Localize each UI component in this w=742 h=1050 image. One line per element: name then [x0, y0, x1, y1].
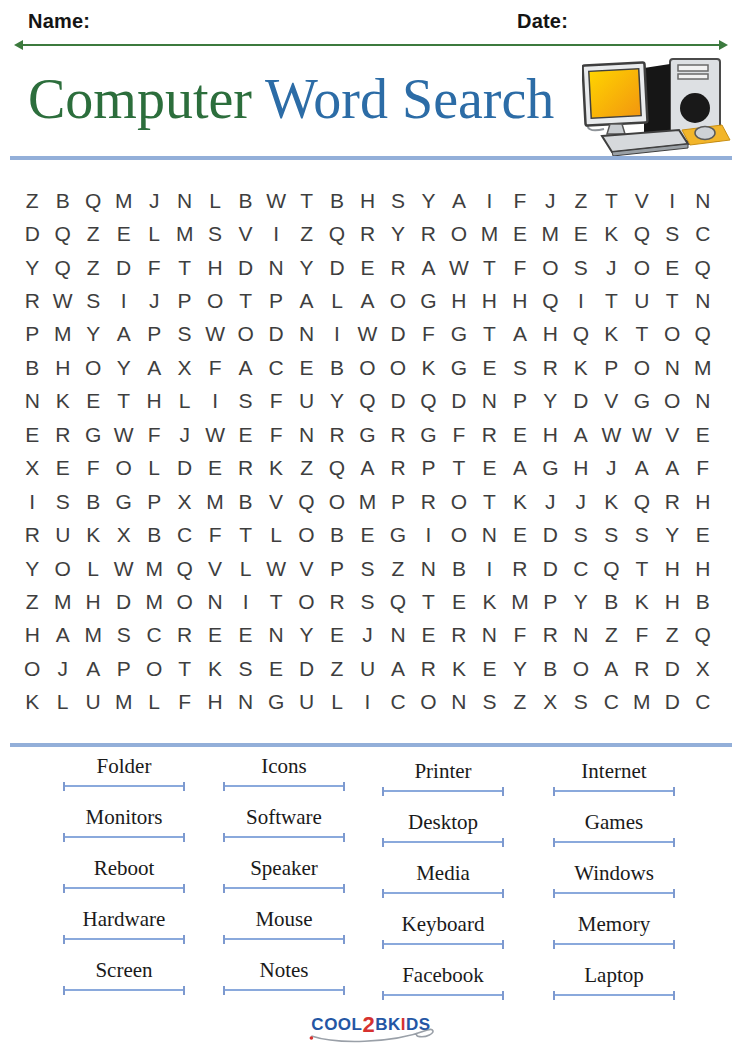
grid-cell-r9c10: Z — [291, 452, 321, 485]
logo-bk: BK — [375, 1015, 401, 1034]
word-item: Monitors — [63, 804, 185, 842]
grid-cell-r7c23: N — [688, 385, 718, 418]
grid-cell-r9c12: A — [352, 452, 382, 485]
grid-cell-r16c18: X — [535, 686, 565, 719]
grid-cell-r12c4: W — [108, 552, 138, 585]
grid-cell-r16c3: U — [78, 686, 108, 719]
grid-cell-r9c13: R — [383, 452, 413, 485]
grid-cell-r12c2: O — [47, 552, 77, 585]
grid-cell-r1c2: B — [47, 184, 77, 217]
word-label: Mouse — [255, 906, 312, 932]
name-label: Name: — [28, 10, 90, 33]
grid-cell-r12c8: L — [230, 552, 260, 585]
word-list-column-3: PrinterDesktopMediaKeyboardFacebook — [358, 758, 528, 1013]
word-label: Desktop — [408, 809, 478, 835]
grid-cell-r9c5: L — [139, 452, 169, 485]
word-underline — [63, 782, 185, 791]
grid-cell-r2c21: Q — [627, 217, 657, 250]
grid-cell-r13c15: E — [444, 585, 474, 618]
grid-cell-r4c8: T — [230, 284, 260, 317]
grid-cell-r12c3: L — [78, 552, 108, 585]
grid-cell-r6c1: B — [17, 351, 47, 384]
grid-cell-r6c4: Y — [108, 351, 138, 384]
grid-cell-r12c12: S — [352, 552, 382, 585]
grid-cell-r12c14: N — [413, 552, 443, 585]
grid-cell-r16c13: C — [383, 686, 413, 719]
grid-cell-r4c14: G — [413, 284, 443, 317]
grid-cell-r7c4: T — [108, 385, 138, 418]
grid-cell-r1c19: Z — [566, 184, 596, 217]
grid-cell-r5c7: W — [200, 318, 230, 351]
grid-cell-r14c17: F — [505, 619, 535, 652]
grid-cell-r9c6: D — [169, 452, 199, 485]
word-underline — [382, 889, 504, 898]
grid-cell-r11c16: N — [474, 518, 504, 551]
grid-cell-r2c10: Z — [291, 217, 321, 250]
grid-cell-r10c7: M — [200, 485, 230, 518]
grid-cell-r11c3: K — [78, 518, 108, 551]
grid-cell-r13c7: N — [200, 585, 230, 618]
grid-cell-r7c12: Q — [352, 385, 382, 418]
grid-cell-r7c20: V — [596, 385, 626, 418]
word-label: Media — [416, 860, 470, 886]
grid-cell-r5c23: Q — [688, 318, 718, 351]
grid-cell-r10c5: P — [139, 485, 169, 518]
grid-cell-r4c3: S — [78, 284, 108, 317]
grid-cell-r12c6: Q — [169, 552, 199, 585]
grid-cell-r9c19: H — [566, 452, 596, 485]
grid-cell-r3c5: F — [139, 251, 169, 284]
grid-cell-r16c7: H — [200, 686, 230, 719]
grid-cell-r10c19: J — [566, 485, 596, 518]
grid-cell-r16c15: N — [444, 686, 474, 719]
grid-cell-r6c13: O — [383, 351, 413, 384]
grid-cell-r14c21: F — [627, 619, 657, 652]
grid-cell-r6c9: C — [261, 351, 291, 384]
grid-cell-r3c22: E — [657, 251, 687, 284]
grid-cell-r2c22: S — [657, 217, 687, 250]
grid-cell-r3c17: F — [505, 251, 535, 284]
grid-cell-r10c3: B — [78, 485, 108, 518]
grid-cell-r12c13: Z — [383, 552, 413, 585]
grid-cell-r14c22: Z — [657, 619, 687, 652]
logo-cool: COOL — [311, 1015, 362, 1034]
grid-cell-r10c14: R — [413, 485, 443, 518]
grid-cell-r1c11: B — [322, 184, 352, 217]
grid-cell-r15c19: O — [566, 652, 596, 685]
grid-cell-r13c2: M — [47, 585, 77, 618]
grid-cell-r5c19: Q — [566, 318, 596, 351]
grid-cell-r9c9: K — [261, 452, 291, 485]
grid-cell-r1c20: T — [596, 184, 626, 217]
grid-cell-r7c16: N — [474, 385, 504, 418]
grid-cell-r4c10: A — [291, 284, 321, 317]
grid-cell-r6c22: N — [657, 351, 687, 384]
grid-cell-r5c22: O — [657, 318, 687, 351]
grid-cell-r9c3: F — [78, 452, 108, 485]
grid-cell-r16c8: N — [230, 686, 260, 719]
word-label: Monitors — [85, 804, 162, 830]
grid-cell-r13c8: I — [230, 585, 260, 618]
word-underline — [223, 884, 345, 893]
grid-cell-r9c14: P — [413, 452, 443, 485]
grid-cell-r6c21: O — [627, 351, 657, 384]
word-item: Media — [382, 860, 504, 898]
date-label: Date: — [517, 10, 568, 33]
grid-cell-r5c15: G — [444, 318, 474, 351]
monitor-screen — [589, 69, 641, 119]
grid-cell-r14c7: E — [200, 619, 230, 652]
grid-cell-r10c9: V — [261, 485, 291, 518]
grid-cell-r8c17: E — [505, 418, 535, 451]
grid-cell-r1c9: W — [261, 184, 291, 217]
word-item: Printer — [382, 758, 504, 796]
grid-cell-r13c19: Y — [566, 585, 596, 618]
grid-cell-r11c12: E — [352, 518, 382, 551]
grid-cell-r7c1: N — [17, 385, 47, 418]
grid-cell-r14c9: N — [261, 619, 291, 652]
grid-cell-r12c18: D — [535, 552, 565, 585]
grid-cell-r10c22: R — [657, 485, 687, 518]
grid-cell-r1c21: V — [627, 184, 657, 217]
grid-cell-r4c15: H — [444, 284, 474, 317]
grid-cell-r10c20: K — [596, 485, 626, 518]
grid-cell-r6c19: K — [566, 351, 596, 384]
grid-cell-r14c11: E — [322, 619, 352, 652]
grid-cell-r12c19: C — [566, 552, 596, 585]
word-item: Windows — [553, 860, 675, 898]
grid-cell-r7c21: G — [627, 385, 657, 418]
grid-cell-r3c12: E — [352, 251, 382, 284]
grid-cell-r8c5: F — [139, 418, 169, 451]
word-item: Folder — [63, 753, 185, 791]
word-item: Desktop — [382, 809, 504, 847]
word-underline — [382, 991, 504, 1000]
grid-cell-r4c18: Q — [535, 284, 565, 317]
grid-cell-r4c5: J — [139, 284, 169, 317]
grid-cell-r2c6: M — [169, 217, 199, 250]
grid-cell-r3c23: Q — [688, 251, 718, 284]
grid-cell-r7c8: S — [230, 385, 260, 418]
grid-cell-r3c3: Z — [78, 251, 108, 284]
grid-cell-r8c18: H — [535, 418, 565, 451]
cool2bkids-logo: COOL2BKIDS — [311, 1012, 430, 1038]
grid-cell-r10c11: O — [322, 485, 352, 518]
grid-cell-r1c23: N — [688, 184, 718, 217]
grid-cell-r16c2: L — [47, 686, 77, 719]
grid-cell-r2c18: M — [535, 217, 565, 250]
grid-cell-r4c1: R — [17, 284, 47, 317]
grid-cell-r1c5: J — [139, 184, 169, 217]
grid-cell-r11c13: G — [383, 518, 413, 551]
grid-cell-r9c21: A — [627, 452, 657, 485]
grid-cell-r2c7: S — [200, 217, 230, 250]
grid-cell-r6c12: O — [352, 351, 382, 384]
grid-cell-r15c6: T — [169, 652, 199, 685]
word-underline — [553, 838, 675, 847]
grid-cell-r2c12: R — [352, 217, 382, 250]
grid-cell-r12c23: H — [688, 552, 718, 585]
word-label: Internet — [581, 758, 646, 784]
grid-cell-r2c3: Z — [78, 217, 108, 250]
grid-cell-r1c14: Y — [413, 184, 443, 217]
title-word-computer: Computer — [28, 68, 252, 130]
grid-cell-r12c11: P — [322, 552, 352, 585]
page-title: Computer Word Search — [28, 69, 554, 129]
word-label: Keyboard — [402, 911, 485, 937]
grid-cell-r1c6: N — [169, 184, 199, 217]
grid-cell-r2c4: E — [108, 217, 138, 250]
grid-cell-r8c14: G — [413, 418, 443, 451]
grid-cell-r7c14: Q — [413, 385, 443, 418]
grid-cell-r2c17: E — [505, 217, 535, 250]
grid-cell-r16c5: L — [139, 686, 169, 719]
grid-cell-r1c16: I — [474, 184, 504, 217]
word-list-column-2: IconsSoftwareSpeakerMouseNotes — [199, 753, 369, 1008]
grid-cell-r15c11: Z — [322, 652, 352, 685]
grid-cell-r11c9: L — [261, 518, 291, 551]
word-item: Screen — [63, 957, 185, 995]
grid-cell-r5c17: A — [505, 318, 535, 351]
grid-cell-r12c1: Y — [17, 552, 47, 585]
grid-cell-r4c22: T — [657, 284, 687, 317]
word-label: Software — [246, 804, 322, 830]
grid-cell-r8c15: F — [444, 418, 474, 451]
grid-cell-r8c2: R — [47, 418, 77, 451]
grid-cell-r10c16: T — [474, 485, 504, 518]
word-underline — [553, 991, 675, 1000]
grid-cell-r9c20: J — [596, 452, 626, 485]
word-item: Notes — [223, 957, 345, 995]
word-item: Keyboard — [382, 911, 504, 949]
grid-cell-r6c14: K — [413, 351, 443, 384]
grid-cell-r6c15: G — [444, 351, 474, 384]
grid-cell-r11c18: D — [535, 518, 565, 551]
word-underline — [553, 787, 675, 796]
word-underline — [553, 940, 675, 949]
grid-cell-r7c13: D — [383, 385, 413, 418]
grid-cell-r11c10: O — [291, 518, 321, 551]
grid-cell-r8c19: A — [566, 418, 596, 451]
grid-cell-r3c21: O — [627, 251, 657, 284]
grid-cell-r5c10: N — [291, 318, 321, 351]
monitor-stand — [607, 124, 625, 134]
grid-cell-r5c3: Y — [78, 318, 108, 351]
grid-cell-r3c6: T — [169, 251, 199, 284]
grid-cell-r4c13: O — [383, 284, 413, 317]
grid-cell-r14c20: Z — [596, 619, 626, 652]
grid-cell-r6c8: A — [230, 351, 260, 384]
grid-cell-r16c21: M — [627, 686, 657, 719]
grid-cell-r5c8: O — [230, 318, 260, 351]
grid-cell-r14c18: R — [535, 619, 565, 652]
grid-cell-r7c11: Y — [322, 385, 352, 418]
grid-cell-r12c16: I — [474, 552, 504, 585]
grid-cell-r7c2: K — [47, 385, 77, 418]
grid-cell-r4c12: A — [352, 284, 382, 317]
grid-cell-r4c19: I — [566, 284, 596, 317]
word-label: Printer — [414, 758, 471, 784]
grid-cell-r14c15: R — [444, 619, 474, 652]
grid-cell-r16c9: G — [261, 686, 291, 719]
grid-cell-r2c20: K — [596, 217, 626, 250]
grid-cell-r2c15: O — [444, 217, 474, 250]
logo-ds: DS — [406, 1015, 431, 1034]
grid-cell-r15c18: B — [535, 652, 565, 685]
word-item: Games — [553, 809, 675, 847]
grid-cell-r14c4: S — [108, 619, 138, 652]
grid-cell-r4c17: H — [505, 284, 535, 317]
title-word-search: Word Search — [252, 68, 554, 130]
grid-cell-r16c1: K — [17, 686, 47, 719]
word-underline — [382, 787, 504, 796]
word-item: Facebook — [382, 962, 504, 1000]
grid-cell-r9c8: R — [230, 452, 260, 485]
grid-cell-r11c20: S — [596, 518, 626, 551]
grid-cell-r2c16: M — [474, 217, 504, 250]
grid-cell-r15c3: A — [78, 652, 108, 685]
grid-cell-r9c17: A — [505, 452, 535, 485]
grid-cell-r11c5: B — [139, 518, 169, 551]
grid-cell-r12c21: T — [627, 552, 657, 585]
logo-two: 2 — [362, 1012, 375, 1037]
grid-cell-r3c20: J — [596, 251, 626, 284]
grid-cell-r5c5: P — [139, 318, 169, 351]
grid-cell-r8c22: V — [657, 418, 687, 451]
grid-cell-r4c6: P — [169, 284, 199, 317]
grid-cell-r1c10: T — [291, 184, 321, 217]
word-label: Speaker — [250, 855, 318, 881]
grid-cell-r5c9: D — [261, 318, 291, 351]
word-underline — [223, 935, 345, 944]
grid-cell-r15c22: D — [657, 652, 687, 685]
grid-cell-r6c3: O — [78, 351, 108, 384]
grid-cell-r15c16: E — [474, 652, 504, 685]
word-label: Screen — [95, 957, 152, 983]
word-underline — [63, 935, 185, 944]
grid-cell-r14c12: J — [352, 619, 382, 652]
grid-cell-r13c1: Z — [17, 585, 47, 618]
grid-cell-r3c7: H — [200, 251, 230, 284]
grid-cell-r1c1: Z — [17, 184, 47, 217]
word-underline — [382, 940, 504, 949]
grid-cell-r13c22: H — [657, 585, 687, 618]
grid-cell-r12c9: W — [261, 552, 291, 585]
grid-cell-r11c15: O — [444, 518, 474, 551]
grid-cell-r15c13: A — [383, 652, 413, 685]
grid-cell-r6c23: M — [688, 351, 718, 384]
grid-cell-r12c7: V — [200, 552, 230, 585]
grid-cell-r1c22: I — [657, 184, 687, 217]
grid-cell-r15c14: R — [413, 652, 443, 685]
grid-cell-r10c2: S — [47, 485, 77, 518]
grid-cell-r8c11: R — [322, 418, 352, 451]
grid-cell-r3c16: T — [474, 251, 504, 284]
grid-cell-r15c17: Y — [505, 652, 535, 685]
grid-cell-r10c15: O — [444, 485, 474, 518]
word-label: Icons — [261, 753, 307, 779]
grid-cell-r12c5: M — [139, 552, 169, 585]
grid-cell-r10c12: M — [352, 485, 382, 518]
grid-cell-r7c17: P — [505, 385, 535, 418]
grid-cell-r6c7: F — [200, 351, 230, 384]
word-underline — [63, 986, 185, 995]
word-underline — [382, 838, 504, 847]
grid-cell-r1c15: A — [444, 184, 474, 217]
grid-cell-r16c11: L — [322, 686, 352, 719]
grid-cell-r11c22: Y — [657, 518, 687, 551]
grid-cell-r12c10: V — [291, 552, 321, 585]
grid-cell-r6c17: S — [505, 351, 535, 384]
grid-cell-r9c18: G — [535, 452, 565, 485]
grid-cell-r11c8: T — [230, 518, 260, 551]
grid-cell-r5c18: H — [535, 318, 565, 351]
word-underline — [223, 833, 345, 842]
word-underline — [63, 884, 185, 893]
grid-cell-r8c3: G — [78, 418, 108, 451]
grid-cell-r12c15: B — [444, 552, 474, 585]
word-underline — [223, 986, 345, 995]
grid-cell-r9c22: A — [657, 452, 687, 485]
word-item: Internet — [553, 758, 675, 796]
grid-cell-r14c1: H — [17, 619, 47, 652]
grid-cell-r3c4: D — [108, 251, 138, 284]
grid-cell-r11c23: E — [688, 518, 718, 551]
grid-cell-r3c11: D — [322, 251, 352, 284]
grid-cell-r8c13: R — [383, 418, 413, 451]
grid-cell-r5c4: A — [108, 318, 138, 351]
grid-cell-r11c6: C — [169, 518, 199, 551]
grid-cell-r3c13: R — [383, 251, 413, 284]
grid-cell-r13c10: O — [291, 585, 321, 618]
grid-cell-r1c7: L — [200, 184, 230, 217]
grid-cell-r5c1: P — [17, 318, 47, 351]
grid-cell-r8c10: N — [291, 418, 321, 451]
grid-cell-r15c20: A — [596, 652, 626, 685]
grid-cell-r5c14: F — [413, 318, 443, 351]
grid-cell-r13c11: R — [322, 585, 352, 618]
grid-cell-r10c1: I — [17, 485, 47, 518]
grid-cell-r8c12: G — [352, 418, 382, 451]
grid-cell-r13c3: H — [78, 585, 108, 618]
grid-cell-r8c6: J — [169, 418, 199, 451]
grid-cell-r16c10: U — [291, 686, 321, 719]
grid-cell-r15c4: P — [108, 652, 138, 685]
grid-cell-r1c3: Q — [78, 184, 108, 217]
grid-cell-r9c2: E — [47, 452, 77, 485]
grid-cell-r9c1: X — [17, 452, 47, 485]
word-item: Laptop — [553, 962, 675, 1000]
grid-cell-r7c15: D — [444, 385, 474, 418]
grid-cell-r7c3: E — [78, 385, 108, 418]
grid-cell-r8c9: F — [261, 418, 291, 451]
grid-cell-r4c16: H — [474, 284, 504, 317]
grid-cell-r14c19: N — [566, 619, 596, 652]
grid-cell-r9c16: E — [474, 452, 504, 485]
word-label: Hardware — [83, 906, 166, 932]
grid-cell-r14c6: R — [169, 619, 199, 652]
grid-cell-r7c18: Y — [535, 385, 565, 418]
word-item: Memory — [553, 911, 675, 949]
grid-cell-r10c23: H — [688, 485, 718, 518]
grid-cell-r12c22: H — [657, 552, 687, 585]
grid-cell-r4c2: W — [47, 284, 77, 317]
grid-cell-r10c10: Q — [291, 485, 321, 518]
grid-cell-r11c19: S — [566, 518, 596, 551]
grid-cell-r8c8: E — [230, 418, 260, 451]
grid-cell-r6c20: P — [596, 351, 626, 384]
grid-cell-r16c14: O — [413, 686, 443, 719]
